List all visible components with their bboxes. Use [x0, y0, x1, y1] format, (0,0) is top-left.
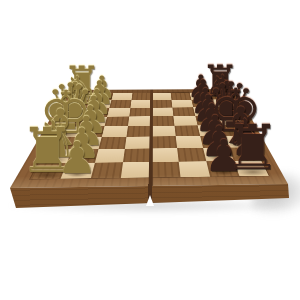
black-rook: ♜	[225, 118, 281, 180]
product-photo: ♜♟♟♜♞♟♟♞♝♟♟♝♛♟♟♛♚♟♟♚♝♟♟♝♞♟♟♞♜♟♟♜	[0, 0, 300, 300]
white-pawn: ♟	[57, 136, 96, 180]
chess-pieces-layer: ♜♟♟♜♞♟♟♞♝♟♟♝♛♟♟♛♚♟♟♚♝♟♟♝♞♟♟♞♜♟♟♜	[0, 0, 300, 300]
